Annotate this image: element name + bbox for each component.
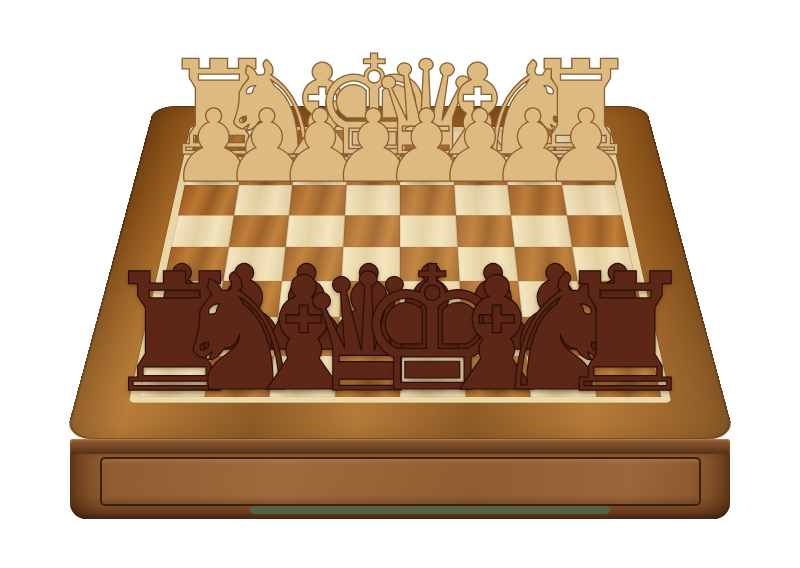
- black-rook[interactable]: ♜: [552, 252, 698, 415]
- chess-set-photo: ♜♞♝♚♛♝♞♜♟♟♟♟♟♟♟♟♟♟♟♟♟♟♟♟♜♞♝♛♚♝♞♜: [0, 0, 800, 568]
- white-pawn[interactable]: ♟: [541, 97, 631, 197]
- storage-drawer[interactable]: [100, 457, 701, 506]
- box-top-edge: [70, 439, 730, 454]
- box-front: [70, 439, 730, 519]
- felt-base-line: [250, 506, 610, 514]
